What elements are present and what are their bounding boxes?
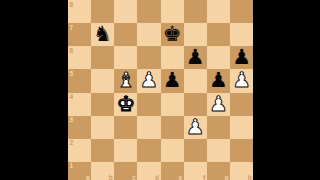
black-king-e7[interactable]: ♚ bbox=[161, 23, 184, 46]
square-c3[interactable] bbox=[114, 116, 137, 139]
square-f7[interactable] bbox=[184, 23, 207, 46]
white-pawn-g4[interactable]: ♟ bbox=[207, 93, 230, 116]
square-d7[interactable] bbox=[137, 23, 160, 46]
square-g1[interactable]: g bbox=[207, 162, 230, 180]
square-g8[interactable] bbox=[207, 0, 230, 23]
rank-label-1: 1 bbox=[70, 163, 74, 170]
square-d4[interactable] bbox=[137, 93, 160, 116]
square-e4[interactable] bbox=[161, 93, 184, 116]
square-f4[interactable] bbox=[184, 93, 207, 116]
rank-label-8: 8 bbox=[70, 2, 74, 9]
letterbox-left bbox=[0, 0, 68, 180]
square-h4[interactable] bbox=[230, 93, 253, 116]
square-h3[interactable] bbox=[230, 116, 253, 139]
black-pawn-g5[interactable]: ♟ bbox=[207, 69, 230, 92]
square-c4[interactable]: ♚ bbox=[114, 93, 137, 116]
square-a6[interactable]: 6 bbox=[68, 46, 91, 69]
square-c5[interactable]: ♝ bbox=[114, 69, 137, 92]
square-c7[interactable] bbox=[114, 23, 137, 46]
square-e8[interactable] bbox=[161, 0, 184, 23]
square-e2[interactable] bbox=[161, 139, 184, 162]
square-b2[interactable] bbox=[91, 139, 114, 162]
square-a1[interactable]: 1a bbox=[68, 162, 91, 180]
square-f8[interactable] bbox=[184, 0, 207, 23]
square-d6[interactable] bbox=[137, 46, 160, 69]
square-e7[interactable]: ♚ bbox=[161, 23, 184, 46]
black-pawn-f6[interactable]: ♟ bbox=[184, 46, 207, 69]
white-king-c4[interactable]: ♚ bbox=[114, 93, 137, 116]
white-pawn-d5[interactable]: ♟ bbox=[137, 69, 160, 92]
square-h1[interactable]: h bbox=[230, 162, 253, 180]
file-label-a: a bbox=[86, 175, 90, 180]
square-b6[interactable] bbox=[91, 46, 114, 69]
square-a4[interactable]: 4 bbox=[68, 93, 91, 116]
square-c2[interactable] bbox=[114, 139, 137, 162]
black-pawn-h6[interactable]: ♟ bbox=[230, 46, 253, 69]
square-d2[interactable] bbox=[137, 139, 160, 162]
rank-label-4: 4 bbox=[70, 94, 74, 101]
file-label-f: f bbox=[203, 175, 205, 180]
square-g2[interactable] bbox=[207, 139, 230, 162]
rank-label-6: 6 bbox=[70, 48, 74, 55]
square-h6[interactable]: ♟ bbox=[230, 46, 253, 69]
square-h2[interactable] bbox=[230, 139, 253, 162]
file-label-b: b bbox=[109, 175, 113, 180]
square-b5[interactable] bbox=[91, 69, 114, 92]
square-h8[interactable] bbox=[230, 0, 253, 23]
square-g3[interactable] bbox=[207, 116, 230, 139]
rank-label-5: 5 bbox=[70, 71, 74, 78]
square-b1[interactable]: b bbox=[91, 162, 114, 180]
square-c6[interactable] bbox=[114, 46, 137, 69]
square-e5[interactable]: ♟ bbox=[161, 69, 184, 92]
square-d3[interactable] bbox=[137, 116, 160, 139]
square-h5[interactable]: ♟ bbox=[230, 69, 253, 92]
file-label-h: h bbox=[248, 175, 252, 180]
square-d5[interactable]: ♟ bbox=[137, 69, 160, 92]
white-pawn-f3[interactable]: ♟ bbox=[184, 116, 207, 139]
square-a8[interactable]: 8 bbox=[68, 0, 91, 23]
black-knight-b7[interactable]: ♞ bbox=[91, 23, 114, 46]
white-bishop-c5[interactable]: ♝ bbox=[114, 69, 137, 92]
square-a3[interactable]: 3 bbox=[68, 116, 91, 139]
file-label-d: d bbox=[155, 175, 159, 180]
square-e1[interactable]: e bbox=[161, 162, 184, 180]
square-f6[interactable]: ♟ bbox=[184, 46, 207, 69]
square-f2[interactable] bbox=[184, 139, 207, 162]
white-pawn-h5[interactable]: ♟ bbox=[230, 69, 253, 92]
square-g6[interactable] bbox=[207, 46, 230, 69]
file-label-c: c bbox=[132, 175, 136, 180]
file-label-g: g bbox=[225, 175, 229, 180]
square-c8[interactable] bbox=[114, 0, 137, 23]
rank-label-2: 2 bbox=[70, 140, 74, 147]
square-e3[interactable] bbox=[161, 116, 184, 139]
square-b8[interactable] bbox=[91, 0, 114, 23]
square-g7[interactable] bbox=[207, 23, 230, 46]
square-f3[interactable]: ♟ bbox=[184, 116, 207, 139]
square-b4[interactable] bbox=[91, 93, 114, 116]
square-f1[interactable]: f bbox=[184, 162, 207, 180]
black-pawn-e5[interactable]: ♟ bbox=[161, 69, 184, 92]
square-e6[interactable] bbox=[161, 46, 184, 69]
square-g4[interactable]: ♟ bbox=[207, 93, 230, 116]
file-label-e: e bbox=[179, 175, 183, 180]
square-b7[interactable]: ♞ bbox=[91, 23, 114, 46]
rank-label-7: 7 bbox=[70, 25, 74, 32]
square-a2[interactable]: 2 bbox=[68, 139, 91, 162]
letterbox-right bbox=[253, 0, 320, 180]
square-a5[interactable]: 5 bbox=[68, 69, 91, 92]
square-g5[interactable]: ♟ bbox=[207, 69, 230, 92]
square-h7[interactable] bbox=[230, 23, 253, 46]
rank-label-3: 3 bbox=[70, 117, 74, 124]
chess-board: 87♞♚6♟♟5♝♟♟♟♟4♚♟3♟21abcdefgh bbox=[68, 0, 253, 180]
square-c1[interactable]: c bbox=[114, 162, 137, 180]
square-b3[interactable] bbox=[91, 116, 114, 139]
video-frame: 87♞♚6♟♟5♝♟♟♟♟4♚♟3♟21abcdefgh bbox=[0, 0, 320, 180]
square-d8[interactable] bbox=[137, 0, 160, 23]
square-a7[interactable]: 7 bbox=[68, 23, 91, 46]
square-d1[interactable]: d bbox=[137, 162, 160, 180]
square-f5[interactable] bbox=[184, 69, 207, 92]
